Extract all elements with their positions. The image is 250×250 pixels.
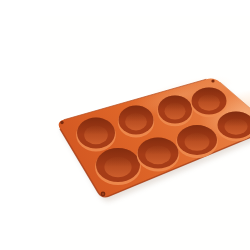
cavity-front-1: [95, 148, 141, 185]
corner-hole-left: [60, 121, 63, 124]
cavity-front-2: [137, 138, 180, 172]
corner-hole-top: [211, 79, 214, 82]
cavity-back-1: [76, 118, 116, 152]
cavity-back-3: [157, 96, 192, 127]
corner-hole-bottom: [101, 192, 106, 197]
mold-illustration: [40, 16, 250, 250]
cavity-front-3: [176, 125, 218, 158]
product-photo: [40, 16, 250, 250]
cavity-back-4: [191, 88, 227, 118]
cavity-back-2: [118, 106, 154, 138]
